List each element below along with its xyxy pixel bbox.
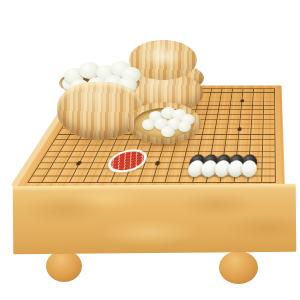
star-point	[240, 99, 244, 102]
star-point	[75, 161, 82, 165]
board-front-face	[13, 184, 297, 254]
dish-stones: ●●●●●●●●●	[138, 106, 190, 138]
white-stone: ●	[178, 121, 191, 132]
star-point	[155, 161, 161, 165]
stone-dish: ●●●●●●●●●	[127, 100, 201, 146]
go-set-product-photo: Wooden 19x19 go board (floor goban with …	[0, 0, 300, 300]
star-point	[237, 127, 242, 131]
white-stone: ●	[161, 126, 175, 137]
board-foot-left	[46, 250, 82, 282]
board-foot-right	[219, 251, 258, 284]
white-stone: ●	[241, 160, 257, 177]
